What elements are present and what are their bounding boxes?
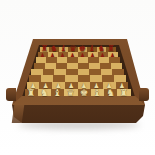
square-a1[interactable]: ♜ <box>25 89 38 97</box>
board-rank-3 <box>29 75 126 82</box>
square-c3[interactable] <box>53 75 65 82</box>
square-c1[interactable]: ♝ <box>51 89 64 97</box>
white-knight[interactable]: ♞ <box>40 88 49 98</box>
square-d1[interactable]: ♛ <box>64 89 77 97</box>
board: ♜♞♝♛♚♝♞♜♟♟♟♟♟♟♟♟♟♟♟♟♟♟♟♟♜♞♝♛♚♝♞♜ <box>0 47 155 96</box>
board-rank-1: ♜♞♝♛♚♝♞♜ <box>25 89 131 97</box>
right-latch[interactable] <box>139 88 149 101</box>
white-rook[interactable]: ♜ <box>120 88 129 98</box>
square-e1[interactable]: ♚ <box>78 89 91 97</box>
white-queen[interactable]: ♛ <box>67 88 76 98</box>
white-knight[interactable]: ♞ <box>106 88 115 98</box>
white-king[interactable]: ♚ <box>80 88 89 98</box>
square-h1[interactable]: ♜ <box>117 89 130 97</box>
white-rook[interactable]: ♜ <box>27 88 36 98</box>
square-b3[interactable] <box>41 75 53 82</box>
white-bishop[interactable]: ♝ <box>53 88 62 98</box>
square-f1[interactable]: ♝ <box>91 89 104 97</box>
square-g3[interactable] <box>102 75 114 82</box>
left-latch[interactable] <box>6 88 16 101</box>
white-bishop[interactable]: ♝ <box>93 88 102 98</box>
square-e3[interactable] <box>78 75 90 82</box>
square-h3[interactable] <box>114 75 126 82</box>
square-a3[interactable] <box>29 75 41 82</box>
square-g1[interactable]: ♞ <box>104 89 117 97</box>
chess-set-photo: ♜♞♝♛♚♝♞♜♟♟♟♟♟♟♟♟♟♟♟♟♟♟♟♟♜♞♝♛♚♝♞♜ <box>0 0 155 155</box>
square-f3[interactable] <box>90 75 102 82</box>
square-b1[interactable]: ♞ <box>38 89 51 97</box>
square-d3[interactable] <box>65 75 77 82</box>
